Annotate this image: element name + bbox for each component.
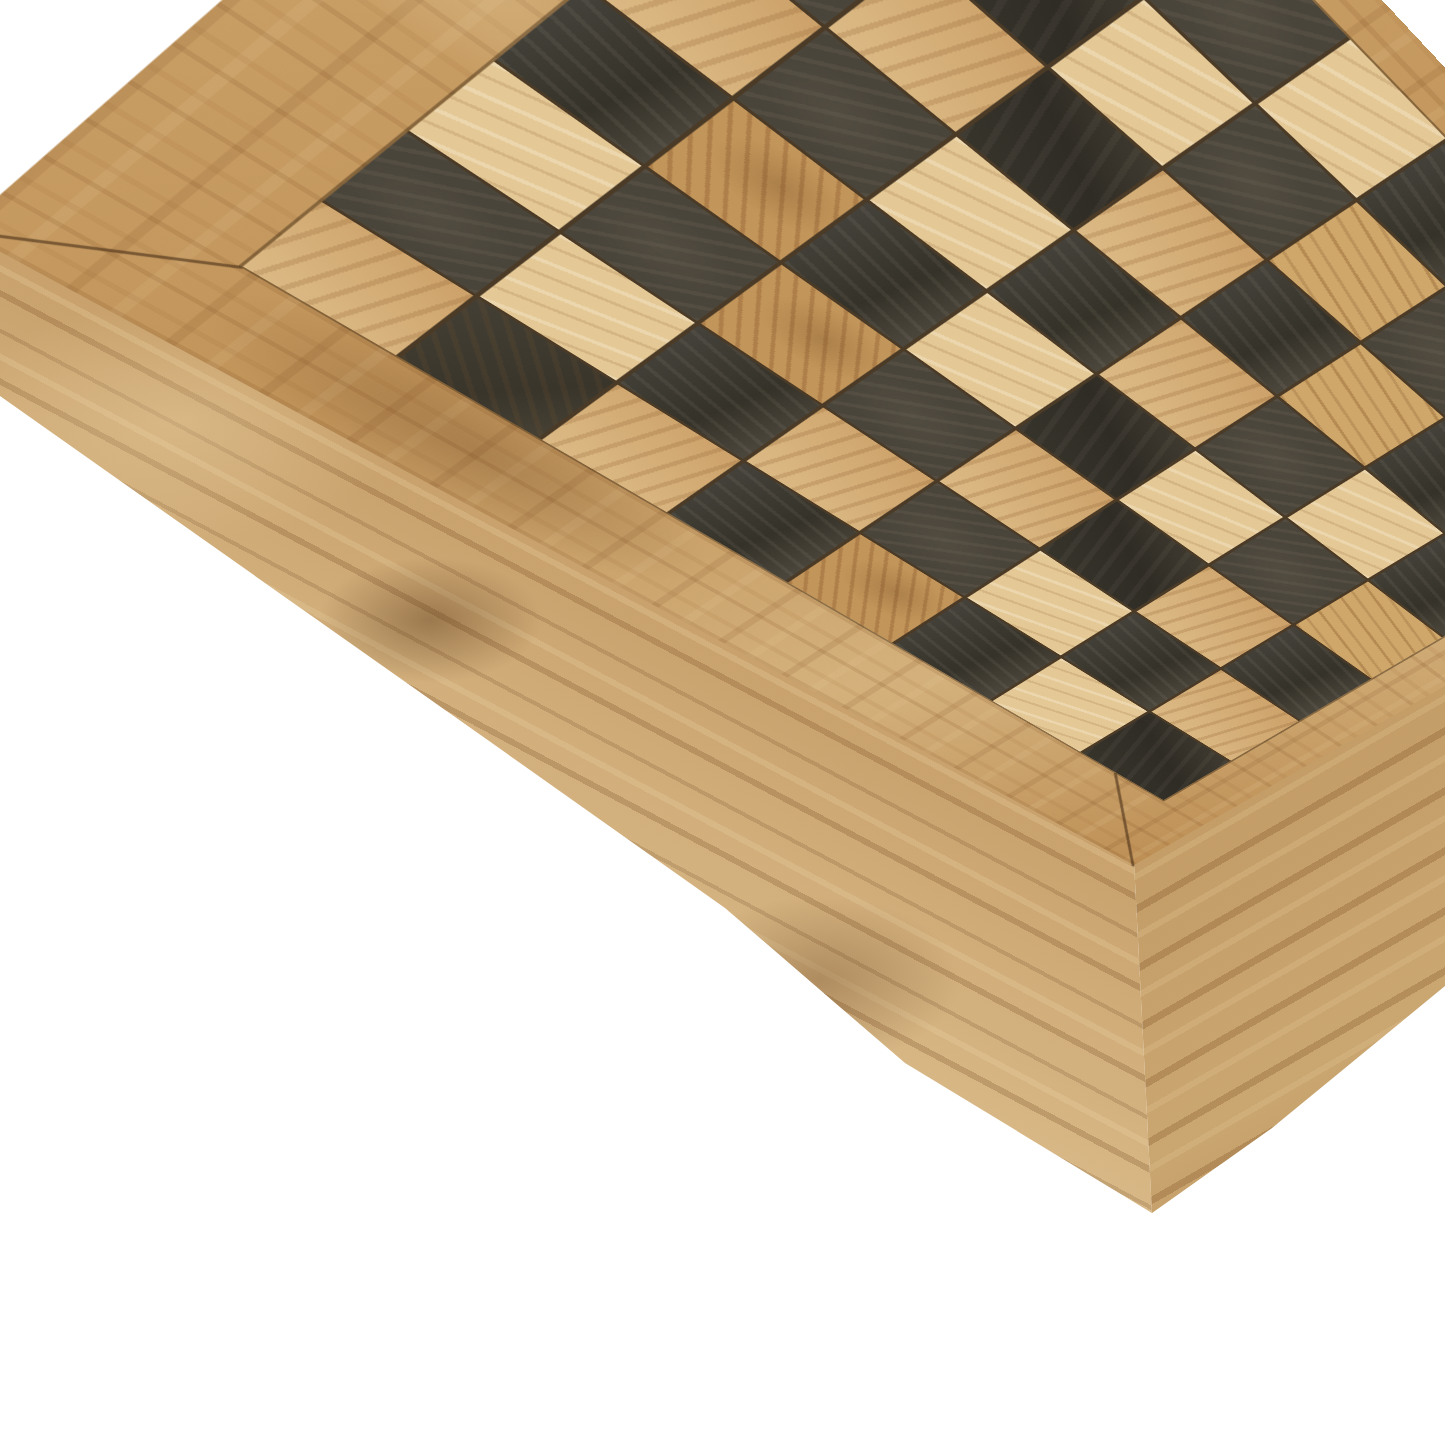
product-photo-stage <box>0 0 1445 1445</box>
frame-miter-seam-left <box>0 229 243 269</box>
frame-miter-seam-near <box>1114 773 1135 866</box>
